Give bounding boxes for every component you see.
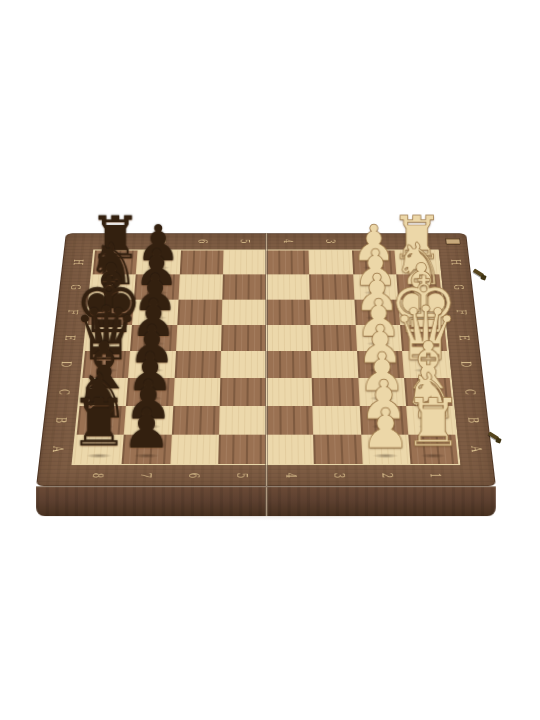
piece-cell-a1: ♜ — [408, 434, 458, 464]
rank-label-4: 4 — [281, 239, 293, 243]
brass-latch-icon — [473, 271, 487, 284]
rank-label-8: 8 — [111, 239, 123, 243]
rank-label-3: 3 — [324, 239, 336, 243]
rank-label-1: 1 — [409, 239, 421, 243]
piece-cell-a7: ♟ — [122, 434, 172, 464]
board-side-face — [36, 486, 496, 516]
file-label-h: H — [71, 260, 84, 266]
white-rook-a1[interactable]: ♜ — [370, 390, 497, 456]
brass-latch-icon — [488, 434, 503, 448]
rank-label-2: 2 — [366, 239, 378, 243]
fold-seam-side — [264, 487, 267, 516]
scene: 87654321 87654321 HGFEDCBA HGFEDCBA ♜♞♝♛… — [0, 0, 540, 720]
rank-label-7: 7 — [154, 239, 166, 243]
chess-board: 87654321 87654321 HGFEDCBA HGFEDCBA ♜♞♝♛… — [36, 233, 496, 486]
file-label-h: H — [449, 260, 462, 266]
rank-label-5: 5 — [239, 239, 251, 243]
rank-label-6: 6 — [196, 239, 208, 243]
black-pawn-a7[interactable]: ♟ — [83, 401, 210, 456]
pieces-layer: ♜♞♝♛♚♝♞♜♟♟♟♟♟♟♟♟♟♟♟♟♟♟♟♟♜♞♝♛♚♝♞♜ — [36, 233, 496, 486]
